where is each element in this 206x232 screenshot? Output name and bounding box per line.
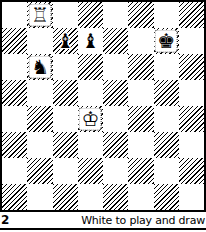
white-rook[interactable]: ♖ bbox=[31, 5, 49, 25]
square-a5[interactable] bbox=[2, 80, 27, 106]
square-h6[interactable] bbox=[179, 54, 204, 80]
square-f4[interactable] bbox=[128, 106, 153, 132]
square-g4[interactable] bbox=[154, 106, 179, 132]
square-c5[interactable] bbox=[53, 80, 78, 106]
square-f5[interactable] bbox=[128, 80, 153, 106]
square-f6[interactable] bbox=[128, 54, 153, 80]
square-a3[interactable] bbox=[2, 132, 27, 158]
square-b8[interactable]: ♖ bbox=[27, 2, 52, 28]
square-e2[interactable] bbox=[103, 158, 128, 184]
square-e7[interactable] bbox=[103, 28, 128, 54]
square-c6[interactable] bbox=[53, 54, 78, 80]
square-h2[interactable] bbox=[179, 158, 204, 184]
square-a4[interactable] bbox=[2, 106, 27, 132]
square-b5[interactable] bbox=[27, 80, 52, 106]
square-a2[interactable] bbox=[2, 158, 27, 184]
square-h5[interactable] bbox=[179, 80, 204, 106]
black-bishop[interactable]: ♝ bbox=[81, 31, 99, 51]
square-b6[interactable]: ♞ bbox=[27, 54, 52, 80]
square-a1[interactable] bbox=[2, 184, 27, 210]
square-e5[interactable] bbox=[103, 80, 128, 106]
square-d7[interactable]: ♝ bbox=[78, 28, 103, 54]
square-d3[interactable] bbox=[78, 132, 103, 158]
square-g8[interactable] bbox=[154, 2, 179, 28]
square-g6[interactable] bbox=[154, 54, 179, 80]
square-f1[interactable] bbox=[128, 184, 153, 210]
square-h1[interactable] bbox=[179, 184, 204, 210]
square-h4[interactable] bbox=[179, 106, 204, 132]
square-a8[interactable] bbox=[2, 2, 27, 28]
square-g5[interactable] bbox=[154, 80, 179, 106]
square-c8[interactable] bbox=[53, 2, 78, 28]
square-d8[interactable] bbox=[78, 2, 103, 28]
square-h3[interactable] bbox=[179, 132, 204, 158]
square-a7[interactable] bbox=[2, 28, 27, 54]
square-e4[interactable] bbox=[103, 106, 128, 132]
square-b4[interactable] bbox=[27, 106, 52, 132]
square-g3[interactable] bbox=[154, 132, 179, 158]
caption-bar: 2 White to play and draw bbox=[0, 212, 206, 228]
square-f8[interactable] bbox=[128, 2, 153, 28]
square-e1[interactable] bbox=[103, 184, 128, 210]
square-g7[interactable]: ♚ bbox=[154, 28, 179, 54]
square-g1[interactable] bbox=[154, 184, 179, 210]
square-f3[interactable] bbox=[128, 132, 153, 158]
square-d4[interactable]: ♔ bbox=[78, 106, 103, 132]
square-g2[interactable] bbox=[154, 158, 179, 184]
square-e6[interactable] bbox=[103, 54, 128, 80]
square-c3[interactable] bbox=[53, 132, 78, 158]
square-e8[interactable] bbox=[103, 2, 128, 28]
black-bishop[interactable]: ♝ bbox=[56, 31, 74, 51]
square-c4[interactable] bbox=[53, 106, 78, 132]
square-d1[interactable] bbox=[78, 184, 103, 210]
black-knight[interactable]: ♞ bbox=[31, 57, 49, 77]
diagram-number: 2 bbox=[1, 213, 9, 227]
chess-diagram: ♖♝♝♚♞♔ 2 White to play and draw bbox=[0, 0, 206, 232]
instruction-text: White to play and draw bbox=[81, 214, 205, 227]
square-b7[interactable] bbox=[27, 28, 52, 54]
square-c2[interactable] bbox=[53, 158, 78, 184]
square-b3[interactable] bbox=[27, 132, 52, 158]
square-a6[interactable] bbox=[2, 54, 27, 80]
square-d5[interactable] bbox=[78, 80, 103, 106]
square-f2[interactable] bbox=[128, 158, 153, 184]
square-c7[interactable]: ♝ bbox=[53, 28, 78, 54]
bottom-rule bbox=[0, 228, 206, 230]
square-d6[interactable] bbox=[78, 54, 103, 80]
square-h8[interactable] bbox=[179, 2, 204, 28]
black-king[interactable]: ♚ bbox=[157, 31, 175, 51]
square-d2[interactable] bbox=[78, 158, 103, 184]
white-king[interactable]: ♔ bbox=[81, 109, 99, 129]
chess-board: ♖♝♝♚♞♔ bbox=[0, 0, 206, 212]
square-b2[interactable] bbox=[27, 158, 52, 184]
square-h7[interactable] bbox=[179, 28, 204, 54]
square-e3[interactable] bbox=[103, 132, 128, 158]
square-f7[interactable] bbox=[128, 28, 153, 54]
square-c1[interactable] bbox=[53, 184, 78, 210]
square-b1[interactable] bbox=[27, 184, 52, 210]
